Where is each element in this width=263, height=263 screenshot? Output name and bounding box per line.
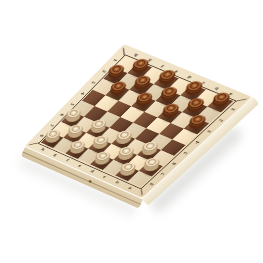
- product-photo-scene: hgfedcba hgfedcba 12345678 12345678: [0, 0, 263, 263]
- corner-mark: [235, 99, 246, 102]
- corner-mark: [123, 48, 125, 56]
- corner-mark: [141, 188, 143, 195]
